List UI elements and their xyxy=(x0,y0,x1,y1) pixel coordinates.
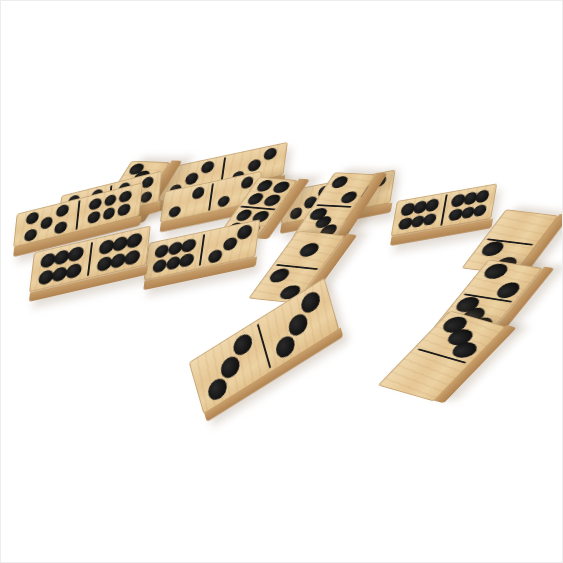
pip xyxy=(192,186,205,199)
domino-0-3[interactable] xyxy=(378,310,507,401)
pip xyxy=(181,238,197,254)
pip xyxy=(54,220,68,235)
pip xyxy=(168,205,181,218)
pip xyxy=(124,249,140,266)
dominoes-table xyxy=(0,0,563,563)
pip xyxy=(119,189,133,204)
pip xyxy=(424,198,440,212)
pip xyxy=(140,190,153,204)
pip xyxy=(68,246,84,263)
pip xyxy=(478,240,507,257)
pip xyxy=(237,224,253,240)
pip xyxy=(219,353,242,382)
pip xyxy=(296,242,322,257)
pip xyxy=(25,211,39,226)
pip xyxy=(217,194,230,207)
pip xyxy=(24,227,38,242)
pip xyxy=(481,263,512,281)
pip xyxy=(207,248,223,264)
pip xyxy=(103,193,117,208)
pip xyxy=(254,180,275,192)
pip xyxy=(142,175,155,189)
pip xyxy=(201,160,215,174)
pip xyxy=(117,203,131,218)
pip xyxy=(222,236,238,252)
domino-6-6[interactable] xyxy=(391,183,498,236)
pip xyxy=(329,176,351,189)
pip xyxy=(287,310,310,339)
pip xyxy=(472,203,488,217)
pip xyxy=(231,330,254,359)
pip xyxy=(126,232,142,249)
pip xyxy=(40,216,54,231)
pip xyxy=(475,189,491,203)
pip xyxy=(178,253,194,269)
pip xyxy=(88,197,102,212)
pip xyxy=(56,204,70,219)
pip xyxy=(266,268,292,283)
pip xyxy=(263,147,277,161)
pip xyxy=(422,212,438,226)
pip xyxy=(299,288,322,317)
domino-2-1[interactable] xyxy=(248,230,346,303)
pip xyxy=(66,262,82,279)
pip xyxy=(289,206,303,220)
pip xyxy=(102,207,116,222)
pip xyxy=(87,210,101,225)
pip xyxy=(233,209,254,221)
pip xyxy=(245,193,266,205)
